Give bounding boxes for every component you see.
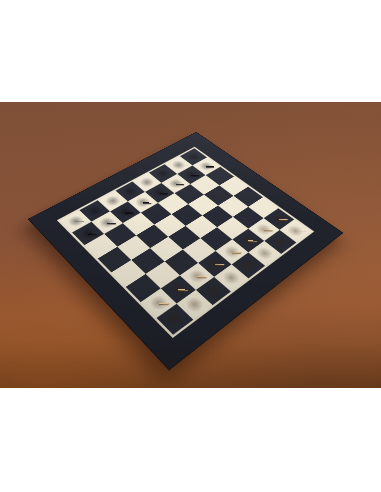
square-a7: ♟: [72, 222, 104, 245]
chess-photo: ♜♟♟♜♞♟♟♞♝♟♟♝♚♟♟♚♛♟♟♛♝♟♟♝♞♟♟♞♜♟♟♜: [0, 102, 381, 388]
board-grid: ♜♟♟♜♞♟♟♞♝♟♟♝♚♟♟♚♛♟♟♛♝♟♟♝♞♟♟♞♜♟♟♜: [60, 148, 311, 334]
board-inner-border: ♜♟♟♜♞♟♟♞♝♟♟♝♚♟♟♚♛♟♟♛♝♟♟♝♞♟♟♞♜♟♟♜: [57, 147, 314, 338]
chessboard: ♜♟♟♜♞♟♟♞♝♟♟♝♚♟♟♚♛♟♟♛♝♟♟♝♞♟♟♞♜♟♟♜: [29, 132, 343, 369]
board-perspective-wrapper: ♜♟♟♜♞♟♟♞♝♟♟♝♚♟♟♚♛♟♟♛♝♟♟♝♞♟♟♞♜♟♟♜: [0, 102, 381, 388]
scene: ♜♟♟♜♞♟♟♞♝♟♟♝♚♟♟♚♛♟♟♛♝♟♟♝♞♟♟♞♜♟♟♜: [0, 102, 381, 388]
photo-page: ♜♟♟♜♞♟♟♞♝♟♟♝♚♟♟♚♛♟♟♛♝♟♟♝♞♟♟♞♜♟♟♜: [0, 0, 381, 492]
